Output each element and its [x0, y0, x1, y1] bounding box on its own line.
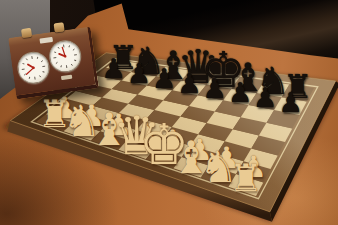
clock-left-dial [15, 50, 51, 86]
photo-scene: ♜♞♝♛♚♝♞♜♟♟♟♟♟♟♟♟♟♟♟♟♟♟♟♟♜♞♝♛♚♝♞♜ [0, 0, 338, 225]
chess-clock [8, 27, 99, 100]
clock-right-dial [47, 38, 83, 74]
clock-button-right[interactable] [54, 22, 65, 32]
piece-black-p-h7[interactable]: ♟ [277, 89, 304, 116]
clock-label-plaque [61, 75, 72, 80]
piece-black-p-a7[interactable]: ♟ [100, 55, 127, 82]
piece-black-p-b7[interactable]: ♟ [125, 60, 152, 87]
piece-black-p-g7[interactable]: ♟ [252, 84, 279, 111]
piece-black-p-e7[interactable]: ♟ [201, 75, 228, 102]
piece-black-p-d7[interactable]: ♟ [176, 70, 203, 97]
piece-black-p-f7[interactable]: ♟ [227, 79, 254, 106]
piece-white-r-h1[interactable]: ♜ [227, 160, 264, 197]
clock-button-left[interactable] [21, 28, 32, 38]
piece-black-p-c7[interactable]: ♟ [151, 65, 178, 92]
